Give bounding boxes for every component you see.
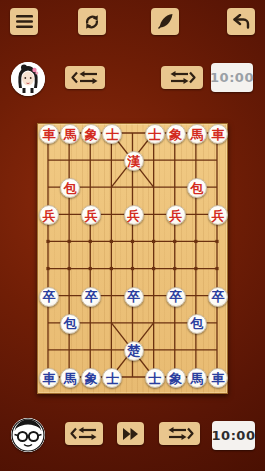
jump-back-icon xyxy=(70,426,98,441)
refresh-icon xyxy=(83,13,101,31)
bottom-jump-back-button[interactable] xyxy=(65,422,103,445)
piece-blue-馬[interactable]: 馬 xyxy=(187,368,207,388)
piece-red-士[interactable]: 士 xyxy=(145,124,165,144)
piece-blue-卒[interactable]: 卒 xyxy=(39,287,59,307)
piece-red-車[interactable]: 車 xyxy=(39,124,59,144)
nerd-avatar-icon xyxy=(11,437,45,452)
piece-blue-車[interactable]: 車 xyxy=(208,368,228,388)
restart-button[interactable] xyxy=(78,8,106,35)
piece-blue-包[interactable]: 包 xyxy=(187,314,207,334)
menu-icon xyxy=(16,15,33,28)
menu-button[interactable] xyxy=(10,8,38,35)
bottom-player-avatar xyxy=(11,418,45,452)
piece-blue-楚[interactable]: 楚 xyxy=(124,341,144,361)
feather-icon xyxy=(157,13,174,30)
piece-red-象[interactable]: 象 xyxy=(166,124,186,144)
piece-blue-包[interactable]: 包 xyxy=(60,314,80,334)
xiangqi-app: 10:00 車馬象士士象馬車漢包包兵兵兵兵兵卒卒卒卒卒包包楚車馬象士士象馬車 xyxy=(0,0,265,471)
piece-red-馬[interactable]: 馬 xyxy=(187,124,207,144)
piece-blue-馬[interactable]: 馬 xyxy=(60,368,80,388)
piece-blue-卒[interactable]: 卒 xyxy=(166,287,186,307)
jump-forward-icon xyxy=(166,426,194,441)
undo-button[interactable] xyxy=(227,8,255,35)
piece-red-兵[interactable]: 兵 xyxy=(166,205,186,225)
piece-red-車[interactable]: 車 xyxy=(208,124,228,144)
piece-red-兵[interactable]: 兵 xyxy=(124,205,144,225)
xiangqi-board[interactable]: 車馬象士士象馬車漢包包兵兵兵兵兵卒卒卒卒卒包包楚車馬象士士象馬車 xyxy=(37,123,228,394)
top-jump-forward-button[interactable] xyxy=(161,66,203,89)
fast-forward-button[interactable] xyxy=(117,422,144,445)
piece-blue-象[interactable]: 象 xyxy=(166,368,186,388)
jump-forward-icon xyxy=(168,70,196,85)
piece-blue-士[interactable]: 士 xyxy=(145,368,165,388)
piece-red-漢[interactable]: 漢 xyxy=(124,151,144,171)
piece-blue-卒[interactable]: 卒 xyxy=(208,287,228,307)
woman-avatar-icon xyxy=(11,81,45,96)
top-player-avatar xyxy=(11,62,45,96)
bottom-player-timer: 10:00 xyxy=(212,421,255,450)
undo-icon xyxy=(232,14,250,29)
piece-red-包[interactable]: 包 xyxy=(187,178,207,198)
fast-forward-icon xyxy=(122,427,139,441)
top-jump-back-button[interactable] xyxy=(65,66,105,89)
piece-blue-卒[interactable]: 卒 xyxy=(124,287,144,307)
piece-blue-車[interactable]: 車 xyxy=(39,368,59,388)
jump-back-icon xyxy=(71,70,99,85)
piece-blue-卒[interactable]: 卒 xyxy=(81,287,101,307)
bottom-jump-forward-button[interactable] xyxy=(159,422,200,445)
piece-red-馬[interactable]: 馬 xyxy=(60,124,80,144)
notation-button[interactable] xyxy=(151,8,179,35)
top-player-timer: 10:00 xyxy=(211,63,253,92)
